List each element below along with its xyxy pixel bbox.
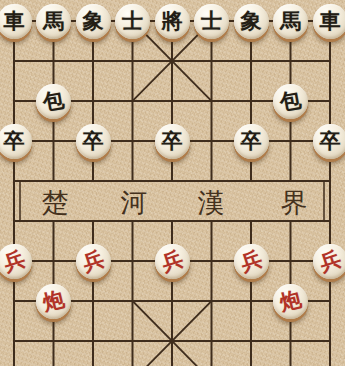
piece-glyph: 兵: [317, 248, 343, 274]
piece-glyph: 包: [278, 89, 302, 113]
piece-glyph: 卒: [241, 131, 262, 152]
piece-black-車[interactable]: 車: [0, 4, 32, 39]
piece-glyph: 將: [162, 11, 183, 32]
piece-black-馬[interactable]: 馬: [36, 4, 71, 39]
piece-glyph: 象: [83, 11, 104, 32]
piece-red-兵[interactable]: 兵: [0, 244, 32, 279]
piece-black-將[interactable]: 將: [155, 4, 190, 39]
piece-glyph: 卒: [83, 131, 104, 152]
piece-black-卒[interactable]: 卒: [76, 124, 111, 159]
piece-glyph: 馬: [43, 11, 64, 32]
piece-black-士[interactable]: 士: [115, 4, 150, 39]
piece-red-兵[interactable]: 兵: [234, 244, 269, 279]
piece-black-象[interactable]: 象: [234, 4, 269, 39]
piece-red-炮[interactable]: 炮: [36, 284, 71, 319]
piece-black-包[interactable]: 包: [36, 84, 71, 119]
piece-red-炮[interactable]: 炮: [273, 284, 308, 319]
piece-glyph: 士: [122, 11, 143, 32]
piece-glyph: 車: [320, 11, 341, 32]
piece-black-卒[interactable]: 卒: [234, 124, 269, 159]
piece-red-兵[interactable]: 兵: [155, 244, 190, 279]
piece-glyph: 士: [201, 11, 222, 32]
piece-glyph: 炮: [41, 289, 66, 314]
piece-glyph: 車: [4, 11, 25, 32]
piece-black-士[interactable]: 士: [194, 4, 229, 39]
piece-black-馬[interactable]: 馬: [273, 4, 308, 39]
piece-glyph: 包: [41, 89, 65, 113]
piece-layer: 車馬象士將士象馬車包包卒卒卒卒卒兵兵兵兵兵炮炮: [0, 0, 345, 366]
piece-glyph: 兵: [238, 248, 264, 274]
piece-black-車[interactable]: 車: [313, 4, 345, 39]
piece-glyph: 馬: [280, 11, 301, 32]
piece-black-卒[interactable]: 卒: [313, 124, 345, 159]
piece-black-卒[interactable]: 卒: [0, 124, 32, 159]
piece-black-包[interactable]: 包: [273, 84, 308, 119]
piece-glyph: 兵: [1, 248, 27, 274]
piece-glyph: 兵: [159, 248, 185, 274]
piece-red-兵[interactable]: 兵: [76, 244, 111, 279]
piece-red-兵[interactable]: 兵: [313, 244, 345, 279]
piece-glyph: 卒: [162, 131, 183, 152]
piece-black-卒[interactable]: 卒: [155, 124, 190, 159]
piece-glyph: 卒: [4, 131, 25, 152]
piece-glyph: 卒: [320, 131, 341, 152]
xiangqi-board[interactable]: 楚 河 漢 界 車馬象士將士象馬車包包卒卒卒卒卒兵兵兵兵兵炮炮: [0, 0, 345, 366]
piece-black-象[interactable]: 象: [76, 4, 111, 39]
piece-glyph: 炮: [278, 289, 303, 314]
piece-glyph: 象: [241, 11, 262, 32]
piece-glyph: 兵: [80, 248, 106, 274]
